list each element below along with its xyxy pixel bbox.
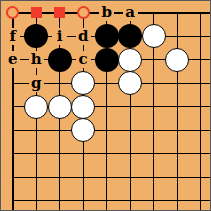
point-label-c: c [76,51,91,68]
white-stone [24,95,48,119]
white-stone [142,24,166,48]
white-stone [71,118,95,142]
point-label-i: i [52,28,67,45]
black-stone [118,24,142,48]
point-label-h: h [29,51,44,68]
black-stone [24,24,48,48]
white-stone [71,71,95,95]
grid-line-horizontal [12,177,211,178]
grid-line-horizontal [12,153,211,154]
white-stone [165,48,189,72]
go-board: bafidehcg [0,0,211,211]
red-circle-mark [77,6,90,19]
red-square-mark [31,7,42,18]
red-square-mark [54,7,65,18]
grid-line-vertical [200,12,201,211]
grid-line-vertical [177,12,178,211]
point-label-f: f [5,28,20,45]
black-stone [95,48,119,72]
white-stone [71,95,95,119]
white-stone [118,71,142,95]
point-label-d: d [76,28,91,45]
point-label-e: e [5,51,20,68]
white-stone [48,95,72,119]
grid-line-horizontal [12,130,211,131]
black-stone [48,48,72,72]
black-stone [95,24,119,48]
red-circle-mark [6,6,19,19]
point-label-a: a [123,4,138,21]
point-label-g: g [29,75,44,92]
point-label-b: b [99,4,114,21]
white-stone [118,48,142,72]
grid-line-horizontal [12,200,211,201]
